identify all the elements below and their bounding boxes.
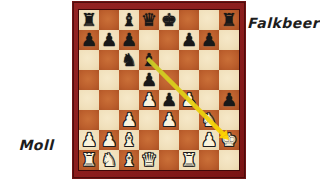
square-c2[interactable]: ♝ [119,130,139,150]
white-bishop[interactable]: ♝ [121,130,137,150]
white-pawn[interactable]: ♟ [141,90,157,110]
square-g2[interactable]: ♟ [199,130,219,150]
square-e2[interactable] [159,130,179,150]
square-g5[interactable] [199,70,219,90]
square-g3[interactable]: ♞ [199,110,219,130]
square-e5[interactable] [159,70,179,90]
black-knight[interactable]: ♞ [121,50,137,70]
square-b1[interactable]: ♞ [99,150,119,170]
white-pawn[interactable]: ♟ [121,110,137,130]
square-a3[interactable] [79,110,99,130]
black-pawn[interactable]: ♟ [221,90,237,110]
square-a1[interactable]: ♜ [79,150,99,170]
square-b8[interactable] [99,10,119,30]
square-a6[interactable] [79,50,99,70]
white-king[interactable]: ♚ [221,130,237,150]
square-e6[interactable] [159,50,179,70]
square-e8[interactable]: ♚ [159,10,179,30]
square-b5[interactable] [99,70,119,90]
square-h3[interactable] [219,110,239,130]
square-a2[interactable]: ♟ [79,130,99,150]
square-f6[interactable] [179,50,199,70]
black-pawn[interactable]: ♟ [121,30,137,50]
square-c7[interactable]: ♟ [119,30,139,50]
black-pawn[interactable]: ♟ [201,30,217,50]
white-queen[interactable]: ♛ [141,150,157,170]
black-king[interactable]: ♚ [161,10,177,30]
square-e7[interactable] [159,30,179,50]
square-e1[interactable] [159,150,179,170]
black-rook[interactable]: ♜ [81,10,97,30]
white-pawn[interactable]: ♟ [81,130,97,150]
black-pawn[interactable]: ♟ [181,30,197,50]
square-c6[interactable]: ♞ [119,50,139,70]
black-pawn[interactable]: ♟ [141,70,157,90]
square-c8[interactable]: ♝ [119,10,139,30]
square-a5[interactable] [79,70,99,90]
square-b7[interactable]: ♟ [99,30,119,50]
square-d2[interactable] [139,130,159,150]
square-d7[interactable] [139,30,159,50]
square-g1[interactable] [199,150,219,170]
white-pawn[interactable]: ♟ [201,130,217,150]
square-f8[interactable] [179,10,199,30]
square-g6[interactable] [199,50,219,70]
square-h4[interactable]: ♟ [219,90,239,110]
black-pawn[interactable]: ♟ [101,30,117,50]
square-h2[interactable]: ♚ [219,130,239,150]
square-h1[interactable] [219,150,239,170]
white-rook[interactable]: ♜ [181,150,197,170]
black-queen[interactable]: ♛ [141,10,157,30]
square-d4[interactable]: ♟ [139,90,159,110]
player-name-black: Falkbeer [247,15,319,31]
square-a8[interactable]: ♜ [79,10,99,30]
square-c5[interactable] [119,70,139,90]
player-name-white: Moll [8,137,64,153]
square-e4[interactable]: ♟ [159,90,179,110]
square-g8[interactable] [199,10,219,30]
square-b6[interactable] [99,50,119,70]
square-d1[interactable]: ♛ [139,150,159,170]
white-rook[interactable]: ♜ [81,150,97,170]
square-d8[interactable]: ♛ [139,10,159,30]
square-d5[interactable]: ♟ [139,70,159,90]
square-d3[interactable] [139,110,159,130]
square-f4[interactable]: ♟ [179,90,199,110]
black-pawn[interactable]: ♟ [81,30,97,50]
square-g7[interactable]: ♟ [199,30,219,50]
white-bishop[interactable]: ♝ [121,150,137,170]
square-c1[interactable]: ♝ [119,150,139,170]
square-h8[interactable]: ♜ [219,10,239,30]
white-knight[interactable]: ♞ [201,110,217,130]
square-b2[interactable]: ♟ [99,130,119,150]
black-rook[interactable]: ♜ [221,10,237,30]
black-bishop[interactable]: ♝ [141,50,157,70]
square-c4[interactable] [119,90,139,110]
square-a7[interactable]: ♟ [79,30,99,50]
square-h6[interactable] [219,50,239,70]
white-pawn[interactable]: ♟ [181,90,197,110]
square-g4[interactable] [199,90,219,110]
square-f5[interactable] [179,70,199,90]
square-f2[interactable] [179,130,199,150]
square-h7[interactable] [219,30,239,50]
chess-board-frame: ♜♝♛♚♜♟♟♟♟♟♞♝♟♟♟♟♟♟♟♞♟♟♝♟♚♜♞♝♛♜ [73,2,245,178]
square-e3[interactable]: ♟ [159,110,179,130]
black-bishop[interactable]: ♝ [121,10,137,30]
white-knight[interactable]: ♞ [101,150,117,170]
square-b3[interactable] [99,110,119,130]
square-a4[interactable] [79,90,99,110]
square-d6[interactable]: ♝ [139,50,159,70]
square-h5[interactable] [219,70,239,90]
white-pawn[interactable]: ♟ [161,110,177,130]
square-b4[interactable] [99,90,119,110]
square-c3[interactable]: ♟ [119,110,139,130]
square-f1[interactable]: ♜ [179,150,199,170]
chess-board: ♜♝♛♚♜♟♟♟♟♟♞♝♟♟♟♟♟♟♟♞♟♟♝♟♚♜♞♝♛♜ [79,10,239,170]
square-f7[interactable]: ♟ [179,30,199,50]
square-f3[interactable] [179,110,199,130]
black-pawn[interactable]: ♟ [161,90,177,110]
white-pawn[interactable]: ♟ [101,130,117,150]
